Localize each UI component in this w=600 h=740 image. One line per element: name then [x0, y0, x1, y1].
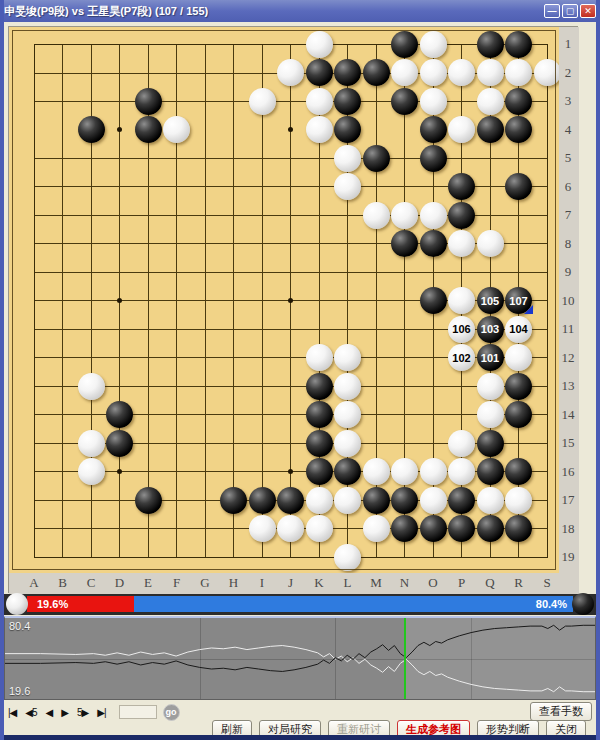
graph-top-value: 80.4: [9, 620, 30, 632]
star-point: [117, 469, 122, 474]
white-stone-M16: [363, 458, 390, 485]
row-label: 8: [565, 236, 572, 252]
black-stone-N3: [391, 88, 418, 115]
row-label: 15: [562, 435, 575, 451]
white-stone-C15: [78, 430, 105, 457]
white-stone-K12: [306, 344, 333, 371]
white-stone-Q13: [477, 373, 504, 400]
black-stone-J17: [277, 487, 304, 514]
black-stone-P6: [448, 173, 475, 200]
row-label: 7: [565, 207, 572, 223]
go-button[interactable]: go: [163, 704, 180, 721]
black-stone-N8: [391, 230, 418, 257]
white-stone-L17: [334, 487, 361, 514]
black-stone-P17: [448, 487, 475, 514]
column-label: K: [314, 575, 323, 591]
nav-button[interactable]: ▶: [61, 707, 68, 718]
black-stone-O18: [420, 515, 447, 542]
white-stone-F4: [163, 116, 190, 143]
black-stone-Q4: [477, 116, 504, 143]
black-stone-K13: [306, 373, 333, 400]
move-number-input[interactable]: [119, 705, 157, 719]
row-label: 5: [565, 150, 572, 166]
white-stone-O16: [420, 458, 447, 485]
black-stone-O10: [420, 287, 447, 314]
black-stone-R4: [505, 116, 532, 143]
winrate-curves: [5, 618, 595, 699]
star-point: [117, 127, 122, 132]
stones-grid: 105107106103104102101: [20, 30, 562, 572]
column-label: D: [115, 575, 124, 591]
black-stone-C4: [78, 116, 105, 143]
star-point: [288, 298, 293, 303]
app-window: 申旻埈(P9段) vs 王星昊(P7段) (107 / 155) — ▢ ✕ 1…: [0, 0, 600, 740]
black-stone-R16: [505, 458, 532, 485]
white-stone-N16: [391, 458, 418, 485]
black-stone-M2: [363, 59, 390, 86]
row-label: 1: [565, 36, 572, 52]
white-stone-M7: [363, 202, 390, 229]
white-stone-P11: 106: [448, 316, 475, 343]
black-stone-N18: [391, 515, 418, 542]
column-label: I: [260, 575, 264, 591]
current-move-line: [404, 618, 406, 699]
black-stone-I17: [249, 487, 276, 514]
white-stone-K17: [306, 487, 333, 514]
black-stone-L2: [334, 59, 361, 86]
white-stone-P15: [448, 430, 475, 457]
white-stone-P16: [448, 458, 475, 485]
white-stone-O3: [420, 88, 447, 115]
black-player-icon: [572, 593, 594, 615]
white-stone-K18: [306, 515, 333, 542]
window-title: 申旻埈(P9段) vs 王星昊(P7段) (107 / 155): [4, 4, 542, 19]
winrate-graph[interactable]: 80.4 19.6: [4, 616, 596, 700]
white-stone-K3: [306, 88, 333, 115]
column-label: G: [200, 575, 209, 591]
column-label: N: [400, 575, 409, 591]
black-stone-M5: [363, 145, 390, 172]
row-label: 3: [565, 93, 572, 109]
black-stone-Q10: 105: [477, 287, 504, 314]
white-stone-L6: [334, 173, 361, 200]
white-stone-L19: [334, 544, 361, 571]
column-label: E: [144, 575, 152, 591]
column-label: B: [58, 575, 67, 591]
white-stone-I18: [249, 515, 276, 542]
white-stone-C16: [78, 458, 105, 485]
black-stone-Q16: [477, 458, 504, 485]
white-stone-L15: [334, 430, 361, 457]
white-stone-J18: [277, 515, 304, 542]
row-label: 10: [562, 293, 575, 309]
go-board-panel: 105107106103104102101 ABCDEFGHIJKLMNOPQR…: [8, 26, 578, 593]
close-button[interactable]: ✕: [580, 4, 596, 18]
row-label: 17: [562, 492, 575, 508]
black-stone-R6: [505, 173, 532, 200]
column-label: R: [514, 575, 523, 591]
black-stone-N1: [391, 31, 418, 58]
navigation-row: |◀◀5◀▶5▶▶| go 查看手数: [8, 704, 592, 720]
white-stone-L14: [334, 401, 361, 428]
row-label: 16: [562, 464, 575, 480]
column-label: S: [543, 575, 550, 591]
title-bar: 申旻埈(P9段) vs 王星昊(P7段) (107 / 155) — ▢ ✕: [0, 0, 600, 22]
nav-button[interactable]: ▶|: [97, 707, 105, 718]
white-winrate-segment: 19.6%: [27, 596, 134, 612]
go-board[interactable]: 105107106103104102101: [9, 27, 559, 573]
row-label: 9: [565, 264, 572, 280]
white-stone-Q14: [477, 401, 504, 428]
black-stone-R18: [505, 515, 532, 542]
black-stone-Q18: [477, 515, 504, 542]
black-stone-R13: [505, 373, 532, 400]
white-stone-M18: [363, 515, 390, 542]
star-point: [117, 298, 122, 303]
white-stone-I3: [249, 88, 276, 115]
black-stone-E4: [135, 116, 162, 143]
black-stone-E3: [135, 88, 162, 115]
maximize-button[interactable]: ▢: [562, 4, 578, 18]
black-stone-K15: [306, 430, 333, 457]
white-stone-N7: [391, 202, 418, 229]
column-labels: ABCDEFGHIJKLMNOPQRS: [9, 573, 559, 594]
black-winrate-segment: 80.4%: [134, 596, 573, 612]
white-stone-Q17: [477, 487, 504, 514]
white-winrate-label: 19.6%: [37, 598, 68, 610]
white-stone-P10: [448, 287, 475, 314]
column-label: L: [344, 575, 352, 591]
white-stone-O17: [420, 487, 447, 514]
black-stone-Q12: 101: [477, 344, 504, 371]
black-stone-L4: [334, 116, 361, 143]
row-label: 14: [562, 407, 575, 423]
black-stone-O5: [420, 145, 447, 172]
black-stone-O4: [420, 116, 447, 143]
black-stone-R1: [505, 31, 532, 58]
black-stone-O8: [420, 230, 447, 257]
row-label: 4: [565, 122, 572, 138]
column-label: Q: [485, 575, 494, 591]
star-point: [288, 469, 293, 474]
view-move-numbers-button[interactable]: 查看手数: [530, 702, 592, 721]
row-label: 12: [562, 350, 575, 366]
row-label: 6: [565, 179, 572, 195]
black-stone-Q11: 103: [477, 316, 504, 343]
black-stone-N17: [391, 487, 418, 514]
black-stone-E17: [135, 487, 162, 514]
white-stone-O1: [420, 31, 447, 58]
white-stone-P4: [448, 116, 475, 143]
row-label: 18: [562, 521, 575, 537]
white-stone-J2: [277, 59, 304, 86]
white-stone-N2: [391, 59, 418, 86]
white-stone-L13: [334, 373, 361, 400]
column-label: M: [370, 575, 382, 591]
winrate-bar: 19.6% 80.4%: [4, 594, 596, 615]
black-stone-Q15: [477, 430, 504, 457]
white-stone-Q3: [477, 88, 504, 115]
row-label: 13: [562, 378, 575, 394]
nav-button[interactable]: ◀: [46, 707, 53, 718]
white-stone-K4: [306, 116, 333, 143]
white-stone-R11: 104: [505, 316, 532, 343]
white-stone-P12: 102: [448, 344, 475, 371]
black-winrate-label: 80.4%: [536, 598, 567, 610]
column-label: J: [288, 575, 293, 591]
white-stone-O7: [420, 202, 447, 229]
white-stone-L5: [334, 145, 361, 172]
white-stone-Q8: [477, 230, 504, 257]
black-stone-H17: [220, 487, 247, 514]
white-stone-L12: [334, 344, 361, 371]
black-stone-P18: [448, 515, 475, 542]
white-stone-R12: [505, 344, 532, 371]
column-label: C: [87, 575, 96, 591]
black-stone-D14: [106, 401, 133, 428]
white-stone-O2: [420, 59, 447, 86]
black-stone-K16: [306, 458, 333, 485]
row-labels: 12345678910111213141516171819: [559, 27, 579, 594]
row-label: 2: [565, 65, 572, 81]
client-area: 105107106103104102101 ABCDEFGHIJKLMNOPQR…: [4, 22, 596, 736]
window-bottom-edge: [0, 735, 600, 740]
column-label: F: [173, 575, 180, 591]
black-stone-Q1: [477, 31, 504, 58]
white-stone-R17: [505, 487, 532, 514]
black-stone-D15: [106, 430, 133, 457]
white-stone-P8: [448, 230, 475, 257]
graph-bottom-value: 19.6: [9, 685, 30, 697]
black-stone-L16: [334, 458, 361, 485]
white-stone-Q2: [477, 59, 504, 86]
black-stone-K14: [306, 401, 333, 428]
star-point: [288, 127, 293, 132]
last-move-marker: [524, 305, 533, 314]
white-stone-K1: [306, 31, 333, 58]
nav-button[interactable]: ◀5: [25, 707, 36, 718]
white-stone-C13: [78, 373, 105, 400]
black-stone-K2: [306, 59, 333, 86]
minimize-button[interactable]: —: [544, 4, 560, 18]
white-stone-R2: [505, 59, 532, 86]
nav-button[interactable]: |◀: [8, 707, 16, 718]
white-stone-S2: [534, 59, 561, 86]
white-stone-P2: [448, 59, 475, 86]
black-stone-M17: [363, 487, 390, 514]
column-label: A: [29, 575, 38, 591]
black-stone-L3: [334, 88, 361, 115]
black-stone-R14: [505, 401, 532, 428]
column-label: H: [229, 575, 238, 591]
column-label: O: [428, 575, 437, 591]
nav-button[interactable]: 5▶: [77, 707, 88, 718]
black-stone-P7: [448, 202, 475, 229]
white-player-icon: [6, 593, 28, 615]
row-label: 19: [562, 549, 575, 565]
row-label: 11: [562, 321, 575, 337]
black-stone-R3: [505, 88, 532, 115]
column-label: P: [458, 575, 465, 591]
